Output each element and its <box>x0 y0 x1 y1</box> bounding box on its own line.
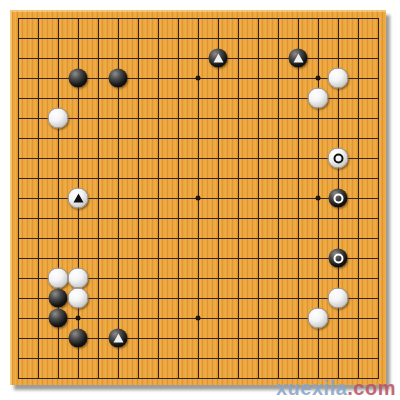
stone-white-R5 <box>328 288 349 309</box>
board-grid[interactable] <box>18 18 379 379</box>
circle-marker-icon <box>333 253 343 263</box>
circle-marker-icon <box>333 153 343 163</box>
star-point <box>196 316 201 321</box>
stone-black-P17 <box>289 49 308 68</box>
stone-black-D3 <box>69 329 88 348</box>
stone-black-C5 <box>49 289 68 308</box>
circle-marker-icon <box>333 193 343 203</box>
triangle-marker-icon <box>113 333 123 342</box>
stone-black-D16 <box>69 69 88 88</box>
stone-black-R10 <box>329 189 348 208</box>
watermark-domain: .com <box>347 377 396 399</box>
stone-white-Q15 <box>308 88 329 109</box>
watermark: xuexila.com <box>276 377 396 400</box>
triangle-marker-icon <box>213 53 223 62</box>
star-point <box>196 196 201 201</box>
stone-white-C14 <box>48 108 69 129</box>
stone-white-D10 <box>68 188 89 209</box>
stone-black-L17 <box>209 49 228 68</box>
stone-white-D5 <box>68 288 89 309</box>
star-point <box>316 76 321 81</box>
stone-black-R7 <box>329 249 348 268</box>
stone-black-F16 <box>109 69 128 88</box>
stone-white-Q4 <box>308 308 329 329</box>
triangle-marker-icon <box>293 53 303 62</box>
stone-white-C6 <box>48 268 69 289</box>
stone-black-C4 <box>49 309 68 328</box>
stone-white-D6 <box>68 268 89 289</box>
star-point <box>316 196 321 201</box>
stone-white-R16 <box>328 68 349 89</box>
star-point <box>76 316 81 321</box>
triangle-marker-icon <box>73 193 83 202</box>
stone-black-F3 <box>109 329 128 348</box>
watermark-site-name: xuexila <box>276 377 347 399</box>
star-point <box>196 76 201 81</box>
page: xuexila.com <box>0 0 400 400</box>
stone-white-R12 <box>328 148 349 169</box>
go-board[interactable] <box>10 10 386 385</box>
